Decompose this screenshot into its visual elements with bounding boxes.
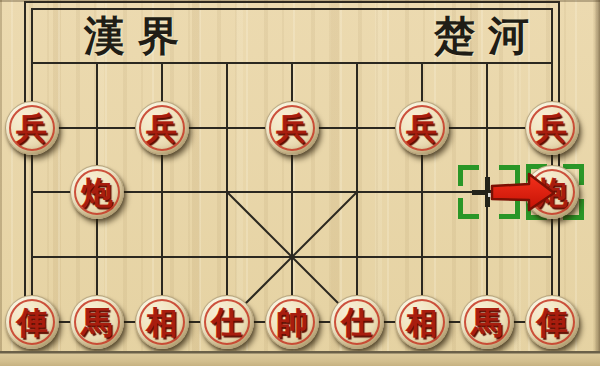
board-left-edge	[0, 0, 2, 366]
board-bottom-edge	[0, 351, 600, 366]
board-top-edge	[0, 0, 600, 2]
board-right-edge	[594, 0, 600, 366]
xiangqi-board[interactable]: 漢界 楚河 俥馬相仕帥仕相馬俥炮炮兵兵兵兵兵	[0, 0, 600, 366]
move-arrow-icon	[0, 0, 600, 366]
